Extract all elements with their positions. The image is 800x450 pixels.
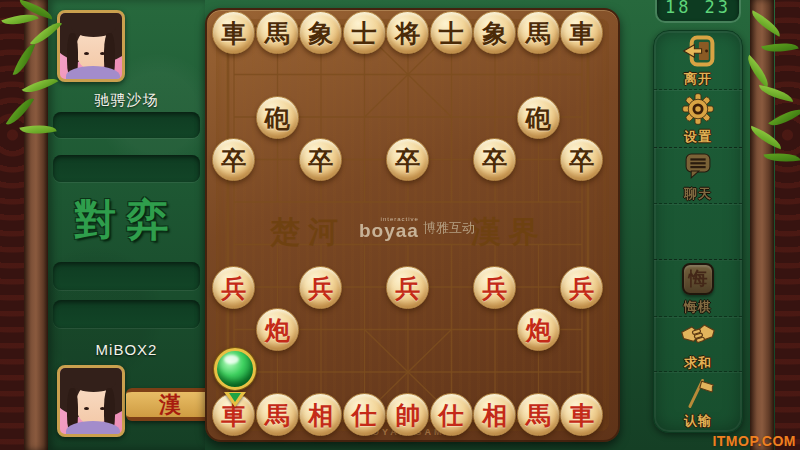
player-name-bottom: MiBOX2	[48, 341, 205, 358]
piece-red-N[interactable]: 馬	[517, 393, 560, 436]
chat-button[interactable]: 聊天	[654, 147, 742, 203]
piece-black-n[interactable]: 馬	[517, 11, 560, 54]
player-avatar-bottom[interactable]	[57, 365, 125, 437]
piece-black-p[interactable]: 卒	[386, 138, 429, 181]
undo-square-icon: 悔	[682, 261, 714, 297]
right-carved-panel	[775, 0, 800, 450]
draw-label: 求和	[684, 354, 712, 372]
undo-label: 悔棋	[684, 298, 712, 316]
xiangqi-board: 楚河 漢界 interactive boyaa 博雅互动 車馬象士将士象馬車砲砲…	[205, 8, 620, 442]
piece-black-r[interactable]: 車	[560, 11, 603, 54]
duiyi-logo: 對弈	[48, 192, 205, 248]
piece-black-n[interactable]: 馬	[256, 11, 299, 54]
piece-black-b[interactable]: 象	[473, 11, 516, 54]
game-timer: 18 23	[655, 0, 741, 23]
resign-label: 认输	[684, 412, 712, 430]
piece-black-a[interactable]: 士	[430, 11, 473, 54]
piece-red-P[interactable]: 兵	[560, 266, 603, 309]
piece-red-C[interactable]: 炮	[256, 308, 299, 351]
leave-label: 离开	[684, 70, 712, 88]
gear-icon	[681, 91, 715, 127]
piece-red-C[interactable]: 炮	[517, 308, 560, 351]
info-box-4	[53, 300, 200, 328]
resign-button[interactable]: 认输	[654, 371, 742, 432]
piece-red-K[interactable]: 帥	[386, 393, 429, 436]
piece-red-B[interactable]: 相	[473, 393, 516, 436]
info-box-1	[53, 112, 200, 138]
piece-black-c[interactable]: 砲	[256, 96, 299, 139]
piece-red-P[interactable]: 兵	[212, 266, 255, 309]
action-sidebar: 离开 设置	[653, 30, 743, 433]
piece-black-p[interactable]: 卒	[473, 138, 516, 181]
site-watermark: ITMOP.COM	[712, 433, 796, 449]
settings-label: 设置	[684, 128, 712, 146]
piece-black-k[interactable]: 将	[386, 11, 429, 54]
piece-red-A[interactable]: 仕	[430, 393, 473, 436]
flag-icon	[680, 375, 716, 411]
chat-label: 聊天	[684, 185, 712, 203]
empty-slot	[654, 203, 742, 259]
piece-red-P[interactable]: 兵	[473, 266, 516, 309]
info-box-2	[53, 155, 200, 182]
settings-button[interactable]: 设置	[654, 89, 742, 147]
piece-red-N[interactable]: 馬	[256, 393, 299, 436]
leave-button[interactable]: 离开	[654, 31, 742, 89]
turn-indicator-orb	[214, 348, 256, 390]
piece-black-r[interactable]: 車	[212, 11, 255, 54]
player-avatar-top[interactable]	[57, 10, 125, 82]
piece-black-c[interactable]: 砲	[517, 96, 560, 139]
undo-move-button[interactable]: 悔 悔棋	[654, 259, 742, 316]
piece-grid: 車馬象士将士象馬車砲砲卒卒卒卒卒兵兵兵兵兵炮炮車馬相仕帥仕相馬車	[212, 11, 604, 436]
chat-bubble-icon	[681, 148, 715, 184]
player-name-top: 驰骋沙场	[48, 91, 205, 110]
piece-red-R[interactable]: 車	[560, 393, 603, 436]
piece-red-B[interactable]: 相	[299, 393, 342, 436]
info-box-3	[53, 262, 200, 290]
handshake-icon	[680, 317, 716, 353]
door-exit-icon	[680, 33, 716, 69]
side-banner-han: 漢	[126, 388, 214, 421]
piece-black-p[interactable]: 卒	[299, 138, 342, 181]
piece-black-b[interactable]: 象	[299, 11, 342, 54]
piece-red-A[interactable]: 仕	[343, 393, 386, 436]
piece-black-p[interactable]: 卒	[212, 138, 255, 181]
piece-black-a[interactable]: 士	[343, 11, 386, 54]
offer-draw-button[interactable]: 求和	[654, 316, 742, 371]
piece-red-P[interactable]: 兵	[299, 266, 342, 309]
piece-red-P[interactable]: 兵	[386, 266, 429, 309]
left-tree-trunk	[24, 0, 48, 450]
piece-black-p[interactable]: 卒	[560, 138, 603, 181]
